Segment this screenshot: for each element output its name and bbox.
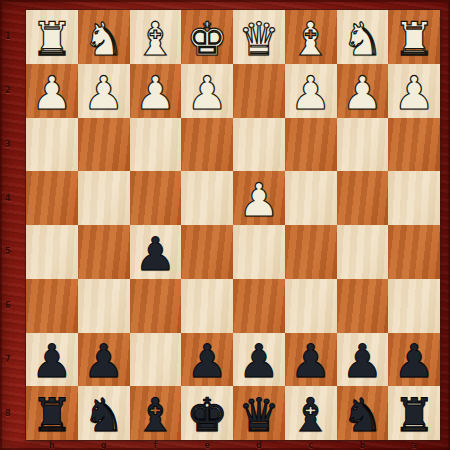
square-g8[interactable]: ♞ bbox=[78, 386, 130, 440]
file-label-d: d bbox=[233, 440, 285, 450]
black-pawn[interactable]: ♟ bbox=[394, 338, 435, 384]
square-a2[interactable]: ♟ bbox=[388, 64, 440, 118]
square-d6[interactable] bbox=[233, 279, 285, 333]
file-label-e: e bbox=[181, 440, 233, 450]
rank-label-5: 5 bbox=[0, 225, 26, 279]
square-a8[interactable]: ♜ bbox=[388, 386, 440, 440]
square-d1[interactable]: ♛ bbox=[233, 10, 285, 64]
square-g4[interactable] bbox=[78, 171, 130, 225]
square-c6[interactable] bbox=[285, 279, 337, 333]
square-e6[interactable] bbox=[181, 279, 233, 333]
square-h7[interactable]: ♟ bbox=[26, 333, 78, 387]
square-f8[interactable]: ♝ bbox=[130, 386, 182, 440]
white-queen[interactable]: ♛ bbox=[238, 16, 279, 62]
square-a3[interactable] bbox=[388, 118, 440, 172]
square-g3[interactable] bbox=[78, 118, 130, 172]
white-pawn[interactable]: ♟ bbox=[342, 69, 383, 115]
file-label-f: f bbox=[130, 440, 182, 450]
white-pawn[interactable]: ♟ bbox=[135, 69, 176, 115]
square-b3[interactable] bbox=[337, 118, 389, 172]
white-knight[interactable]: ♞ bbox=[342, 16, 383, 62]
chess-board-frame: 12345678 ♜♞♝♚♛♝♞♜♟♟♟♟♟♟♟♟♟♟♟♟♟♟♟♟♜♞♝♚♛♝♞… bbox=[0, 0, 450, 450]
square-g7[interactable]: ♟ bbox=[78, 333, 130, 387]
square-a7[interactable]: ♟ bbox=[388, 333, 440, 387]
square-c5[interactable] bbox=[285, 225, 337, 279]
square-a4[interactable] bbox=[388, 171, 440, 225]
rank-labels: 12345678 bbox=[0, 10, 26, 440]
white-pawn[interactable]: ♟ bbox=[290, 69, 331, 115]
square-c2[interactable]: ♟ bbox=[285, 64, 337, 118]
black-pawn[interactable]: ♟ bbox=[31, 338, 72, 384]
square-h6[interactable] bbox=[26, 279, 78, 333]
square-d7[interactable]: ♟ bbox=[233, 333, 285, 387]
square-a1[interactable]: ♜ bbox=[388, 10, 440, 64]
white-pawn[interactable]: ♟ bbox=[187, 69, 228, 115]
square-a5[interactable] bbox=[388, 225, 440, 279]
square-f4[interactable] bbox=[130, 171, 182, 225]
white-pawn[interactable]: ♟ bbox=[31, 69, 72, 115]
square-h5[interactable] bbox=[26, 225, 78, 279]
black-rook[interactable]: ♜ bbox=[31, 392, 72, 438]
square-f3[interactable] bbox=[130, 118, 182, 172]
black-pawn[interactable]: ♟ bbox=[187, 338, 228, 384]
rank-label-8: 8 bbox=[0, 386, 26, 440]
square-d8[interactable]: ♛ bbox=[233, 386, 285, 440]
square-b2[interactable]: ♟ bbox=[337, 64, 389, 118]
rank-label-4: 4 bbox=[0, 171, 26, 225]
black-queen[interactable]: ♛ bbox=[238, 392, 279, 438]
square-c3[interactable] bbox=[285, 118, 337, 172]
black-pawn[interactable]: ♟ bbox=[135, 231, 176, 277]
square-d2[interactable] bbox=[233, 64, 285, 118]
white-pawn[interactable]: ♟ bbox=[394, 69, 435, 115]
square-d5[interactable] bbox=[233, 225, 285, 279]
white-rook[interactable]: ♜ bbox=[31, 16, 72, 62]
square-e4[interactable] bbox=[181, 171, 233, 225]
square-b4[interactable] bbox=[337, 171, 389, 225]
square-f1[interactable]: ♝ bbox=[130, 10, 182, 64]
rank-label-2: 2 bbox=[0, 64, 26, 118]
square-c7[interactable]: ♟ bbox=[285, 333, 337, 387]
square-g1[interactable]: ♞ bbox=[78, 10, 130, 64]
white-king[interactable]: ♚ bbox=[187, 16, 228, 62]
black-pawn[interactable]: ♟ bbox=[83, 338, 124, 384]
black-pawn[interactable]: ♟ bbox=[238, 338, 279, 384]
square-d3[interactable] bbox=[233, 118, 285, 172]
file-label-g: g bbox=[78, 440, 130, 450]
file-labels: hgfedcba bbox=[26, 440, 440, 450]
square-b7[interactable]: ♟ bbox=[337, 333, 389, 387]
black-knight[interactable]: ♞ bbox=[83, 392, 124, 438]
square-h3[interactable] bbox=[26, 118, 78, 172]
file-label-h: h bbox=[26, 440, 78, 450]
square-f2[interactable]: ♟ bbox=[130, 64, 182, 118]
square-e1[interactable]: ♚ bbox=[181, 10, 233, 64]
file-label-c: c bbox=[285, 440, 337, 450]
square-h1[interactable]: ♜ bbox=[26, 10, 78, 64]
square-h4[interactable] bbox=[26, 171, 78, 225]
square-f6[interactable] bbox=[130, 279, 182, 333]
rank-label-3: 3 bbox=[0, 118, 26, 172]
square-h8[interactable]: ♜ bbox=[26, 386, 78, 440]
square-d4[interactable]: ♟ bbox=[233, 171, 285, 225]
square-b6[interactable] bbox=[337, 279, 389, 333]
chess-board: ♜♞♝♚♛♝♞♜♟♟♟♟♟♟♟♟♟♟♟♟♟♟♟♟♜♞♝♚♛♝♞♜ bbox=[26, 10, 440, 440]
square-b5[interactable] bbox=[337, 225, 389, 279]
square-e8[interactable]: ♚ bbox=[181, 386, 233, 440]
rank-label-7: 7 bbox=[0, 333, 26, 387]
square-a6[interactable] bbox=[388, 279, 440, 333]
white-knight[interactable]: ♞ bbox=[83, 16, 124, 62]
rank-label-1: 1 bbox=[0, 10, 26, 64]
black-knight[interactable]: ♞ bbox=[342, 392, 383, 438]
square-f5[interactable]: ♟ bbox=[130, 225, 182, 279]
square-h2[interactable]: ♟ bbox=[26, 64, 78, 118]
black-pawn[interactable]: ♟ bbox=[290, 338, 331, 384]
white-pawn[interactable]: ♟ bbox=[238, 177, 279, 223]
black-king[interactable]: ♚ bbox=[187, 392, 228, 438]
white-bishop[interactable]: ♝ bbox=[135, 16, 176, 62]
square-e2[interactable]: ♟ bbox=[181, 64, 233, 118]
white-pawn[interactable]: ♟ bbox=[83, 69, 124, 115]
square-e5[interactable] bbox=[181, 225, 233, 279]
square-b8[interactable]: ♞ bbox=[337, 386, 389, 440]
square-g2[interactable]: ♟ bbox=[78, 64, 130, 118]
square-c1[interactable]: ♝ bbox=[285, 10, 337, 64]
white-rook[interactable]: ♜ bbox=[394, 16, 435, 62]
file-label-b: b bbox=[337, 440, 389, 450]
square-g6[interactable] bbox=[78, 279, 130, 333]
black-pawn[interactable]: ♟ bbox=[342, 338, 383, 384]
square-g5[interactable] bbox=[78, 225, 130, 279]
black-rook[interactable]: ♜ bbox=[394, 392, 435, 438]
square-f7[interactable] bbox=[130, 333, 182, 387]
square-c4[interactable] bbox=[285, 171, 337, 225]
rank-label-6: 6 bbox=[0, 279, 26, 333]
black-bishop[interactable]: ♝ bbox=[135, 392, 176, 438]
file-label-a: a bbox=[388, 440, 440, 450]
square-e7[interactable]: ♟ bbox=[181, 333, 233, 387]
square-c8[interactable]: ♝ bbox=[285, 386, 337, 440]
square-e3[interactable] bbox=[181, 118, 233, 172]
black-bishop[interactable]: ♝ bbox=[290, 392, 331, 438]
square-b1[interactable]: ♞ bbox=[337, 10, 389, 64]
white-bishop[interactable]: ♝ bbox=[290, 16, 331, 62]
